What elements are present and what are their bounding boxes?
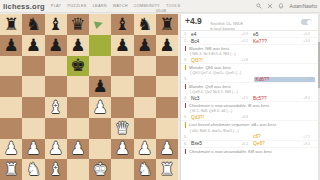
move-number: 3. xyxy=(184,58,191,62)
square-a7[interactable]: ♟ xyxy=(0,35,22,56)
black-piece-p-c7: ♟ xyxy=(48,37,63,54)
move-eval: +4.5 xyxy=(241,96,248,100)
move-row: 6.Bxe5+6.2Qe6?+9.1 xyxy=(181,141,318,148)
move-black-Ke7[interactable]: Ke7??+3.4 xyxy=(253,39,315,44)
move-eval: +6.2 xyxy=(241,142,248,146)
square-h6[interactable] xyxy=(156,56,178,77)
move-san: Qd3?! xyxy=(191,115,204,120)
move-white-Bc4[interactable]: Bc4+0.2 xyxy=(191,39,253,44)
judgment-comment: Lost forced checkmate sequence. d4+ was … xyxy=(185,122,315,127)
black-piece-b-f8: ♝ xyxy=(115,16,130,33)
square-a1[interactable]: ♜ xyxy=(0,159,22,180)
black-piece-p-e5: ♟ xyxy=(93,78,108,95)
black-piece-p-d7: ♟ xyxy=(70,37,85,54)
move-row: 4.Nc3+4.5Bc5??+8.1 xyxy=(181,95,318,102)
move-san: Ke7?? xyxy=(253,39,267,44)
square-h2[interactable]: ♟ xyxy=(156,139,178,160)
move-number: 1. xyxy=(184,32,191,36)
white-piece-p-f2: ♟ xyxy=(115,140,130,157)
notifications-icon[interactable] xyxy=(278,3,284,9)
move-number: 4. xyxy=(184,96,191,100)
square-a5[interactable] xyxy=(0,76,22,97)
judgment-comment: Blunder. Qe8 was best. xyxy=(185,84,315,89)
square-f2[interactable]: ♟ xyxy=(111,139,133,160)
white-piece-q-f3: ♛ xyxy=(115,120,130,137)
square-f4[interactable] xyxy=(111,97,133,118)
square-d1[interactable] xyxy=(67,159,89,180)
move-white-Bxe5[interactable]: Bxe5+6.2 xyxy=(191,141,253,146)
move-number: 5. xyxy=(184,135,191,139)
move-san: Bxe5 xyxy=(191,141,202,146)
move-eval: +6.8 xyxy=(241,115,248,119)
move-row: 3.Qf3?!+2.8 xyxy=(181,57,318,64)
nav-item-learn[interactable]: Learn xyxy=(93,4,107,8)
black-piece-p-h7: ♟ xyxy=(159,37,174,54)
move-row: 2.Bc4+0.2Ke7??+3.4 xyxy=(181,38,318,45)
judgment-comment: Checkmate is now unavoidable. f6 was bes… xyxy=(185,103,315,108)
move-eval: +4.9 xyxy=(306,77,313,81)
square-e5[interactable]: ♟ xyxy=(89,76,111,97)
move-number: 5. xyxy=(184,115,191,119)
square-a8[interactable]: ♜ xyxy=(0,14,22,35)
square-g3[interactable] xyxy=(134,118,156,139)
square-f7[interactable]: ♟ xyxy=(111,35,133,56)
challenge-icon[interactable] xyxy=(267,3,273,9)
move-black-e5[interactable]: e5+0.3 xyxy=(253,32,315,37)
square-c1[interactable]: ♝ xyxy=(45,159,67,180)
white-piece-b-c4: ♝ xyxy=(48,99,63,116)
square-g6[interactable] xyxy=(134,56,156,77)
square-d3[interactable] xyxy=(67,118,89,139)
white-piece-r-a1: ♜ xyxy=(4,161,19,178)
move-san: Kd6?? xyxy=(256,77,270,82)
chess-board[interactable]: ♜♞♝♛♝♞♜♟♟♟♟♟♟♟♚♟♝♟♛♟♟♟♟♟♟♟♜♞♝♚♞♜ xyxy=(0,14,178,180)
judgment-comment: Checkmate is now unavoidable. Kf8 was be… xyxy=(185,149,315,154)
square-c4[interactable]: ♝ xyxy=(45,97,67,118)
black-piece-n-b8: ♞ xyxy=(26,16,41,33)
move-black-Qe6[interactable]: Qe6?+9.1 xyxy=(253,141,315,146)
square-a4[interactable] xyxy=(0,97,22,118)
square-h3[interactable] xyxy=(156,118,178,139)
white-piece-k-e1: ♚ xyxy=(93,161,108,178)
move-number: 6. xyxy=(184,142,191,146)
move-san: e4 xyxy=(191,32,196,37)
square-e4[interactable]: ♟ xyxy=(89,97,111,118)
white-piece-n-b1: ♞ xyxy=(26,161,41,178)
nav-item-play[interactable]: Play xyxy=(51,4,62,8)
move-san: Bc4 xyxy=(191,39,199,44)
move-white-e4[interactable]: e4+0.3 xyxy=(191,32,253,37)
move-list: 1.e4+0.3e5+0.32.Bc4+0.2Ke7??+3.4Blunder.… xyxy=(181,31,318,180)
move-number: 3. xyxy=(184,77,191,81)
move-white-Nc3[interactable]: Nc3+4.5 xyxy=(191,96,253,101)
square-a6[interactable] xyxy=(0,56,22,77)
nav-item-watch[interactable]: Watch xyxy=(113,4,128,8)
square-e6[interactable] xyxy=(89,56,111,77)
move-number: 2. xyxy=(184,39,191,43)
square-g7[interactable]: ♟ xyxy=(134,35,156,56)
black-piece-n-g8: ♞ xyxy=(137,16,152,33)
black-piece-k-d6: ♚ xyxy=(70,57,85,74)
white-piece-n-g1: ♞ xyxy=(137,161,152,178)
white-piece-p-a2: ♟ xyxy=(4,140,19,157)
square-h5[interactable] xyxy=(156,76,178,97)
search-icon[interactable] xyxy=(256,3,262,9)
black-piece-p-b7: ♟ xyxy=(26,37,41,54)
move-black-c6[interactable]: c6?+7.2 xyxy=(253,134,315,139)
move-san: Bc5?? xyxy=(253,96,267,101)
square-d8[interactable]: ♛ xyxy=(67,14,89,35)
white-piece-p-b2: ♟ xyxy=(26,140,41,157)
square-a2[interactable]: ♟ xyxy=(0,139,22,160)
square-c5[interactable] xyxy=(45,76,67,97)
square-g4[interactable] xyxy=(134,97,156,118)
black-piece-r-h8: ♜ xyxy=(159,16,174,33)
square-e3[interactable] xyxy=(89,118,111,139)
move-white-Qd3[interactable]: Qd3?!+6.8 xyxy=(191,115,253,120)
square-b6[interactable] xyxy=(22,56,44,77)
square-b3[interactable] xyxy=(22,118,44,139)
square-b7[interactable]: ♟ xyxy=(22,35,44,56)
square-d7[interactable]: ♟ xyxy=(67,35,89,56)
square-f1[interactable] xyxy=(111,159,133,180)
username[interactable]: AutamNawho xyxy=(289,4,317,9)
nav-item-tools[interactable]: Tools xyxy=(166,4,180,8)
square-d2[interactable]: ♟ xyxy=(67,139,89,160)
square-b1[interactable]: ♞ xyxy=(22,159,44,180)
lichess-logo[interactable]: lichess.org xyxy=(3,2,45,11)
move-san: c6? xyxy=(253,134,261,139)
square-a3[interactable] xyxy=(0,118,22,139)
move-eval: +0.3 xyxy=(241,32,248,36)
engine-header: +4.9 Stockfish 14+ NNUE in local browser xyxy=(181,14,320,31)
square-b8[interactable]: ♞ xyxy=(22,14,44,35)
black-piece-b-c8: ♝ xyxy=(48,16,63,33)
square-c2[interactable]: ♟ xyxy=(45,139,67,160)
move-black-Bc5[interactable]: Bc5??+8.1 xyxy=(253,96,315,101)
square-b5[interactable] xyxy=(22,76,44,97)
engine-eval: +4.9 xyxy=(185,16,202,26)
square-e1[interactable]: ♚ xyxy=(89,159,111,180)
white-piece-r-h1: ♜ xyxy=(159,161,174,178)
square-f5[interactable] xyxy=(111,76,133,97)
move-eval: +0.3 xyxy=(303,32,310,36)
move-san: Qe6? xyxy=(253,141,265,146)
square-d4[interactable] xyxy=(67,97,89,118)
move-san: Qf3?! xyxy=(191,58,203,63)
square-e7[interactable] xyxy=(89,35,111,56)
white-piece-p-e4: ♟ xyxy=(93,99,108,116)
nav-item-puzzles[interactable]: Puzzles xyxy=(67,4,86,8)
square-c7[interactable]: ♟ xyxy=(45,35,67,56)
square-d5[interactable] xyxy=(67,76,89,97)
move-row: 1.e4+0.3e5+0.3 xyxy=(181,31,318,38)
square-c3[interactable] xyxy=(45,118,67,139)
move-san: Nc3 xyxy=(191,96,200,101)
square-b4[interactable] xyxy=(22,97,44,118)
white-piece-b-c1: ♝ xyxy=(48,161,63,178)
square-h7[interactable]: ♟ xyxy=(156,35,178,56)
square-g8[interactable]: ♞ xyxy=(134,14,156,35)
engine-toggle-knob xyxy=(307,20,312,25)
square-c8[interactable]: ♝ xyxy=(45,14,67,35)
white-piece-p-h2: ♟ xyxy=(159,140,174,157)
square-d6[interactable]: ♚ xyxy=(67,56,89,77)
square-h8[interactable]: ♜ xyxy=(156,14,178,35)
move-white-Qf3[interactable]: Qf3?!+2.8 xyxy=(191,58,253,63)
analysis-panel: +4.9 Stockfish 14+ NNUE in local browser… xyxy=(180,14,320,180)
square-h4[interactable] xyxy=(156,97,178,118)
square-g5[interactable] xyxy=(134,76,156,97)
square-g1[interactable]: ♞ xyxy=(134,159,156,180)
move-eval: +7.2 xyxy=(303,135,310,139)
move-eval: +2.8 xyxy=(241,58,248,62)
black-piece-q-d8: ♛ xyxy=(70,16,85,33)
square-h1[interactable]: ♜ xyxy=(156,159,178,180)
square-f3[interactable]: ♛ xyxy=(111,118,133,139)
square-f6[interactable] xyxy=(111,56,133,77)
judgment-comment: Blunder. Nf6 was best. xyxy=(185,46,315,51)
square-b2[interactable]: ♟ xyxy=(22,139,44,160)
square-e2[interactable] xyxy=(89,139,111,160)
black-clock: 05:08 xyxy=(156,8,166,13)
move-black-Kd6[interactable]: Kd6??+4.9 xyxy=(254,77,316,82)
square-f8[interactable]: ♝ xyxy=(111,14,133,35)
judgment-comment: Mistake. Qh5 was best. xyxy=(185,65,315,70)
black-piece-p-g7: ♟ xyxy=(137,37,152,54)
white-piece-p-g2: ♟ xyxy=(137,140,152,157)
black-piece-p-a7: ♟ xyxy=(4,37,19,54)
move-row: 5.c6?+7.2 xyxy=(181,134,318,141)
move-eval: +3.4 xyxy=(303,39,310,43)
black-piece-r-a8: ♜ xyxy=(4,16,19,33)
move-row: 3.Kd6??+4.9 xyxy=(181,76,318,83)
black-piece-p-f7: ♟ xyxy=(115,37,130,54)
move-san: e5 xyxy=(253,32,258,37)
white-piece-p-c2: ♟ xyxy=(48,140,63,157)
move-eval: +0.2 xyxy=(241,39,248,43)
move-eval: +9.1 xyxy=(303,142,310,146)
square-c6[interactable] xyxy=(45,56,67,77)
engine-toggle[interactable] xyxy=(301,19,312,25)
move-row: 5.Qd3?!+6.8 xyxy=(181,114,318,121)
square-g2[interactable]: ♟ xyxy=(134,139,156,160)
white-piece-p-d2: ♟ xyxy=(70,140,85,157)
move-eval: +8.1 xyxy=(303,96,310,100)
